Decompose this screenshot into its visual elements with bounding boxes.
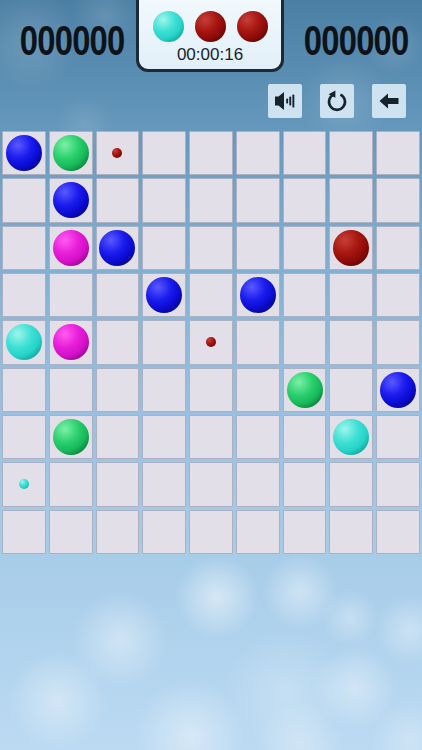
board-cell[interactable] xyxy=(329,510,373,554)
board-cell[interactable] xyxy=(49,131,93,175)
board-cell[interactable] xyxy=(283,226,327,270)
board-cell[interactable] xyxy=(329,415,373,459)
game-screen: 000000 00:00:16 000000 xyxy=(0,0,422,750)
board-cell[interactable] xyxy=(96,226,140,270)
board-cell[interactable] xyxy=(329,178,373,222)
board-cell[interactable] xyxy=(329,226,373,270)
board-cell[interactable] xyxy=(96,368,140,412)
board-cell[interactable] xyxy=(376,415,420,459)
board-cell[interactable] xyxy=(283,273,327,317)
board-cell[interactable] xyxy=(142,178,186,222)
board-cell[interactable] xyxy=(142,462,186,506)
speaker-volume-icon xyxy=(273,89,297,113)
board-cell[interactable] xyxy=(236,462,280,506)
ball-cyan[interactable] xyxy=(6,324,42,360)
ball-cyan[interactable] xyxy=(333,419,369,455)
board-cell[interactable] xyxy=(96,320,140,364)
board-cell[interactable] xyxy=(236,226,280,270)
preview-ball-red xyxy=(206,337,216,347)
ball-blue[interactable] xyxy=(99,230,135,266)
queue-ball-cyan xyxy=(153,11,184,42)
counterclockwise-arrow-icon xyxy=(325,89,349,113)
board-cell[interactable] xyxy=(283,415,327,459)
queue-ball-red xyxy=(195,11,226,42)
board-cell[interactable] xyxy=(49,226,93,270)
board-cell[interactable] xyxy=(236,368,280,412)
ball-green[interactable] xyxy=(287,372,323,408)
board-cell[interactable] xyxy=(49,368,93,412)
restart-button[interactable] xyxy=(320,84,354,118)
timer: 00:00:16 xyxy=(139,45,281,65)
preview-ball-red xyxy=(112,148,122,158)
back-button[interactable] xyxy=(372,84,406,118)
ball-green[interactable] xyxy=(53,419,89,455)
board-cell[interactable] xyxy=(2,273,46,317)
board-cell[interactable] xyxy=(189,415,233,459)
board-cell[interactable] xyxy=(49,415,93,459)
ball-magenta[interactable] xyxy=(53,324,89,360)
board-cell[interactable] xyxy=(96,131,140,175)
board-cell[interactable] xyxy=(329,273,373,317)
board-cell[interactable] xyxy=(2,510,46,554)
board-cell[interactable] xyxy=(376,178,420,222)
board-cell[interactable] xyxy=(2,178,46,222)
board-cell[interactable] xyxy=(376,226,420,270)
board-cell[interactable] xyxy=(2,415,46,459)
ball-blue[interactable] xyxy=(240,277,276,313)
board-cell[interactable] xyxy=(49,462,93,506)
ball-magenta[interactable] xyxy=(53,230,89,266)
board-cell[interactable] xyxy=(236,273,280,317)
sound-button[interactable] xyxy=(268,84,302,118)
board-cell[interactable] xyxy=(2,462,46,506)
board-cell[interactable] xyxy=(189,320,233,364)
board-cell[interactable] xyxy=(376,273,420,317)
board-cell[interactable] xyxy=(189,368,233,412)
score-left: 000000 xyxy=(20,20,118,62)
board-cell[interactable] xyxy=(142,131,186,175)
score-right: 000000 xyxy=(304,20,402,62)
ball-blue[interactable] xyxy=(146,277,182,313)
board-cell[interactable] xyxy=(2,226,46,270)
next-balls-panel: 00:00:16 xyxy=(136,0,284,72)
queue-ball-red xyxy=(237,11,268,42)
board-cell[interactable] xyxy=(329,462,373,506)
board-cell[interactable] xyxy=(376,320,420,364)
board-cell[interactable] xyxy=(189,131,233,175)
board-cell[interactable] xyxy=(329,320,373,364)
board-cell[interactable] xyxy=(189,462,233,506)
board-cell[interactable] xyxy=(96,462,140,506)
board-cell[interactable] xyxy=(376,510,420,554)
board-cell[interactable] xyxy=(142,510,186,554)
left-arrow-icon xyxy=(377,89,401,113)
board-cell[interactable] xyxy=(283,368,327,412)
board-cell[interactable] xyxy=(2,368,46,412)
board-cell[interactable] xyxy=(189,510,233,554)
board-cell[interactable] xyxy=(142,368,186,412)
board-cell[interactable] xyxy=(49,510,93,554)
ball-blue[interactable] xyxy=(380,372,416,408)
board-cell[interactable] xyxy=(236,178,280,222)
board-cell[interactable] xyxy=(283,462,327,506)
board-cell[interactable] xyxy=(376,368,420,412)
toolbar xyxy=(268,84,406,118)
board-cell[interactable] xyxy=(142,320,186,364)
board-cell[interactable] xyxy=(96,415,140,459)
board-cell[interactable] xyxy=(189,178,233,222)
board-cell[interactable] xyxy=(283,131,327,175)
board-cell[interactable] xyxy=(96,178,140,222)
ball-red[interactable] xyxy=(333,230,369,266)
board-cell[interactable] xyxy=(96,273,140,317)
board-cell[interactable] xyxy=(2,320,46,364)
board-cell[interactable] xyxy=(236,131,280,175)
board-cell[interactable] xyxy=(2,131,46,175)
preview-ball-cyan xyxy=(19,479,29,489)
board-cell[interactable] xyxy=(142,226,186,270)
game-board xyxy=(0,129,422,556)
board-cell[interactable] xyxy=(96,510,140,554)
board-cell[interactable] xyxy=(329,368,373,412)
board-cell[interactable] xyxy=(49,320,93,364)
board-cell[interactable] xyxy=(49,273,93,317)
board-cell[interactable] xyxy=(329,131,373,175)
board-cell[interactable] xyxy=(189,226,233,270)
board-cell[interactable] xyxy=(49,178,93,222)
board-cell[interactable] xyxy=(236,415,280,459)
ball-blue[interactable] xyxy=(6,135,42,171)
board-cell[interactable] xyxy=(236,510,280,554)
ball-blue[interactable] xyxy=(53,182,89,218)
board-cell[interactable] xyxy=(376,131,420,175)
board-cell[interactable] xyxy=(283,178,327,222)
board-cell[interactable] xyxy=(376,462,420,506)
board-cell[interactable] xyxy=(236,320,280,364)
board-cell[interactable] xyxy=(189,273,233,317)
board-cell[interactable] xyxy=(142,273,186,317)
board-cell[interactable] xyxy=(142,415,186,459)
board-cell[interactable] xyxy=(283,510,327,554)
ball-green[interactable] xyxy=(53,135,89,171)
ball-queue xyxy=(139,11,281,42)
board-cell[interactable] xyxy=(283,320,327,364)
